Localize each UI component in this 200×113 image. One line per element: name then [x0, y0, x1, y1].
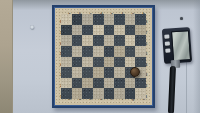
wall-seam [186, 58, 187, 113]
device-button-3[interactable] [165, 48, 170, 52]
square-c5[interactable] [82, 46, 93, 57]
square-d5[interactable] [93, 46, 104, 57]
square-g2[interactable] [125, 78, 136, 89]
square-a8[interactable] [61, 14, 72, 25]
square-a7[interactable] [61, 25, 72, 36]
square-c4[interactable] [82, 57, 93, 68]
board-grid [61, 14, 146, 99]
square-f2[interactable] [114, 78, 125, 89]
square-e6[interactable] [104, 35, 115, 46]
square-e5[interactable] [104, 46, 115, 57]
square-c1[interactable] [82, 88, 93, 99]
square-c6[interactable] [82, 35, 93, 46]
square-d1[interactable] [93, 88, 104, 99]
square-f5[interactable] [114, 46, 125, 57]
square-b4[interactable] [72, 57, 83, 68]
square-h7[interactable] [135, 25, 146, 36]
square-b5[interactable] [72, 46, 83, 57]
square-a4[interactable] [61, 57, 72, 68]
square-f6[interactable] [114, 35, 125, 46]
square-b2[interactable] [72, 78, 83, 89]
device-cable [168, 66, 176, 113]
square-h4[interactable] [135, 57, 146, 68]
square-e1[interactable] [104, 88, 115, 99]
square-b8[interactable] [72, 14, 83, 25]
square-g4[interactable] [125, 57, 136, 68]
device-button-2[interactable] [165, 41, 170, 45]
square-h1[interactable] [135, 88, 146, 99]
square-g8[interactable] [125, 14, 136, 25]
square-h6[interactable] [135, 35, 146, 46]
square-e4[interactable] [104, 57, 115, 68]
square-g5[interactable] [125, 46, 136, 57]
square-d8[interactable] [93, 14, 104, 25]
square-c2[interactable] [82, 78, 93, 89]
photo-scene: abcdefgh abcdefgh 87654321 87654321 [0, 0, 200, 113]
square-d4[interactable] [93, 57, 104, 68]
square-e3[interactable] [104, 67, 115, 78]
square-e2[interactable] [104, 78, 115, 89]
square-f4[interactable] [114, 57, 125, 68]
board-wooden-frame: abcdefgh abcdefgh 87654321 87654321 [55, 8, 152, 105]
square-c8[interactable] [82, 14, 93, 25]
square-f7[interactable] [114, 25, 125, 36]
square-g1[interactable] [125, 88, 136, 99]
square-a3[interactable] [61, 67, 72, 78]
square-b7[interactable] [72, 25, 83, 36]
square-f1[interactable] [114, 88, 125, 99]
square-h2[interactable] [135, 78, 146, 89]
square-a2[interactable] [61, 78, 72, 89]
square-a6[interactable] [61, 35, 72, 46]
wall-screw-small [180, 17, 183, 20]
device-button-column [164, 34, 171, 52]
square-d2[interactable] [93, 78, 104, 89]
square-h8[interactable] [135, 14, 146, 25]
square-b1[interactable] [72, 88, 83, 99]
square-b6[interactable] [72, 35, 83, 46]
square-h5[interactable] [135, 46, 146, 57]
square-d3[interactable] [93, 67, 104, 78]
chessboard: abcdefgh abcdefgh 87654321 87654321 [52, 5, 155, 108]
square-g6[interactable] [125, 35, 136, 46]
square-g7[interactable] [125, 25, 136, 36]
measuring-device [162, 27, 192, 64]
square-c3[interactable] [82, 67, 93, 78]
wall-right-shadow [193, 0, 200, 113]
square-e7[interactable] [104, 25, 115, 36]
wall-screw [30, 25, 34, 29]
wall-pillar-strip [0, 0, 13, 113]
square-c7[interactable] [82, 25, 93, 36]
lcd-screen [171, 30, 191, 61]
square-a5[interactable] [61, 46, 72, 57]
square-b3[interactable] [72, 67, 83, 78]
device-button-1[interactable] [164, 35, 169, 39]
square-d6[interactable] [93, 35, 104, 46]
board-knob[interactable] [130, 67, 140, 77]
square-f3[interactable] [114, 67, 125, 78]
square-d7[interactable] [93, 25, 104, 36]
square-e8[interactable] [104, 14, 115, 25]
square-a1[interactable] [61, 88, 72, 99]
square-f8[interactable] [114, 14, 125, 25]
